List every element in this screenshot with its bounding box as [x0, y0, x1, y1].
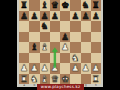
square-g2[interactable]: ♟	[81, 63, 91, 74]
square-e5[interactable]: ♟	[60, 32, 70, 43]
square-a5[interactable]	[19, 32, 29, 43]
piece-white-pawn[interactable]: ♟	[20, 63, 28, 73]
square-d8[interactable]: ♛	[50, 0, 60, 11]
square-f5[interactable]	[70, 32, 80, 43]
piece-black-pawn[interactable]: ♟	[82, 11, 90, 21]
piece-black-bishop[interactable]: ♝	[41, 0, 49, 10]
square-c4[interactable]: ♝	[40, 42, 50, 53]
square-d7[interactable]: ♟	[50, 11, 60, 22]
square-b6[interactable]	[29, 21, 39, 32]
square-e8[interactable]: ♚	[60, 0, 70, 11]
piece-black-rook[interactable]: ♜	[20, 0, 28, 10]
square-c6[interactable]: ♞	[40, 21, 50, 32]
letterbox-right	[103, 0, 120, 90]
square-b4[interactable]: ♝	[29, 42, 39, 53]
piece-white-pawn[interactable]: ♟	[71, 63, 79, 73]
square-h3[interactable]	[91, 53, 101, 64]
square-g3[interactable]	[81, 53, 91, 64]
piece-white-pawn[interactable]: ♟	[51, 63, 59, 73]
watermark-banner: www.playchess.kz	[37, 84, 84, 90]
square-b7[interactable]: ♟	[29, 11, 39, 22]
square-g4[interactable]	[81, 42, 91, 53]
board-frame: ♜♝♛♚♞♜♟♟♟♟♟♟♟♞♟♝♝♟♞♟♟♟♟♟♟♟♜♞♝♛♚♜ abcdefg…	[17, 0, 103, 87]
square-b8[interactable]	[29, 0, 39, 11]
square-d2[interactable]: ♟	[50, 63, 60, 74]
square-a7[interactable]: ♟	[19, 11, 29, 22]
square-d6[interactable]	[50, 21, 60, 32]
square-f6[interactable]	[70, 21, 80, 32]
square-h7[interactable]: ♟	[91, 11, 101, 22]
square-g5[interactable]	[81, 32, 91, 43]
square-h6[interactable]	[91, 21, 101, 32]
square-f4[interactable]	[70, 42, 80, 53]
square-f8[interactable]	[70, 0, 80, 11]
piece-white-pawn[interactable]: ♟	[82, 63, 90, 73]
square-g7[interactable]: ♟	[81, 11, 91, 22]
square-h5[interactable]	[91, 32, 101, 43]
square-e3[interactable]	[60, 53, 70, 64]
watermark-text: www.playchess.kz	[41, 85, 80, 89]
square-f7[interactable]: ♟	[70, 11, 80, 22]
square-a2[interactable]: ♟	[19, 63, 29, 74]
square-e6[interactable]	[60, 21, 70, 32]
file-label-h: h	[91, 84, 101, 87]
piece-black-pawn[interactable]: ♟	[30, 11, 38, 21]
piece-white-pawn[interactable]: ♟	[30, 63, 38, 73]
board: ♜♝♛♚♞♜♟♟♟♟♟♟♟♞♟♝♝♟♞♟♟♟♟♟♟♟♜♞♝♛♚♜	[19, 0, 101, 84]
piece-black-king[interactable]: ♚	[61, 0, 69, 10]
letterbox-left	[0, 0, 17, 90]
square-d3[interactable]	[50, 53, 60, 64]
piece-black-knight[interactable]: ♞	[41, 21, 49, 31]
square-d5[interactable]	[50, 32, 60, 43]
piece-black-pawn[interactable]: ♟	[61, 32, 69, 42]
square-b3[interactable]	[29, 53, 39, 64]
piece-white-pawn[interactable]: ♟	[41, 63, 49, 73]
square-e4[interactable]: ♟	[60, 42, 70, 53]
square-h8[interactable]: ♜	[91, 0, 101, 11]
square-c5[interactable]	[40, 32, 50, 43]
piece-white-pawn[interactable]: ♟	[92, 63, 100, 73]
square-g6[interactable]	[81, 21, 91, 32]
file-label-a: a	[19, 84, 29, 87]
square-g8[interactable]: ♞	[81, 0, 91, 11]
square-c7[interactable]: ♟	[40, 11, 50, 22]
piece-black-pawn[interactable]: ♟	[92, 11, 100, 21]
square-f2[interactable]: ♟	[70, 63, 80, 74]
square-a6[interactable]	[19, 21, 29, 32]
square-e7[interactable]	[60, 11, 70, 22]
square-c8[interactable]: ♝	[40, 0, 50, 11]
piece-black-knight[interactable]: ♞	[82, 0, 90, 10]
square-f3[interactable]: ♞	[70, 53, 80, 64]
square-a4[interactable]	[19, 42, 29, 53]
square-b5[interactable]	[29, 32, 39, 43]
piece-white-bishop[interactable]: ♝	[41, 42, 49, 52]
square-e2[interactable]	[60, 63, 70, 74]
piece-black-rook[interactable]: ♜	[92, 0, 100, 10]
piece-black-pawn[interactable]: ♟	[51, 11, 59, 21]
square-a3[interactable]	[19, 53, 29, 64]
piece-black-bishop[interactable]: ♝	[30, 42, 38, 52]
piece-black-queen[interactable]: ♛	[51, 0, 59, 10]
square-c2[interactable]: ♟	[40, 63, 50, 74]
square-d4[interactable]	[50, 42, 60, 53]
square-h4[interactable]	[91, 42, 101, 53]
piece-black-pawn[interactable]: ♟	[71, 11, 79, 21]
square-h2[interactable]: ♟	[91, 63, 101, 74]
piece-black-pawn[interactable]: ♟	[20, 11, 28, 21]
square-b2[interactable]: ♟	[29, 63, 39, 74]
square-a8[interactable]: ♜	[19, 0, 29, 11]
piece-black-pawn[interactable]: ♟	[41, 11, 49, 21]
square-c3[interactable]	[40, 53, 50, 64]
piece-white-knight[interactable]: ♞	[71, 53, 79, 63]
piece-white-pawn[interactable]: ♟	[61, 42, 69, 52]
